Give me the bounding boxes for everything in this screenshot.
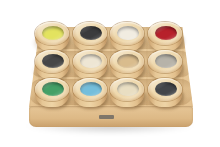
pot-material-black-gravel-glitter: [42, 54, 64, 68]
pot-wood-rim: [73, 22, 107, 45]
pot-material-silver-shimmer: [155, 54, 177, 68]
pot-r3c4-charcoal-felt[interactable]: [147, 78, 183, 108]
pot-material-cream-sparkle: [117, 82, 139, 96]
pot-r3c3-cream-sparkle[interactable]: [109, 78, 145, 108]
pot-material-yellow-fabric: [42, 26, 64, 40]
pot-wood-rim: [35, 22, 69, 45]
pot-r3c1-green-felt[interactable]: [34, 78, 70, 108]
pot-r2c2-cream-fleece[interactable]: [72, 50, 108, 80]
pot-material-natural-hessian: [117, 54, 139, 68]
pot-material-white-fleece: [117, 26, 139, 40]
pot-r2c3-natural-hessian[interactable]: [109, 50, 145, 80]
pot-material-charcoal-felt: [155, 82, 177, 96]
pot-r1c3-white-fleece[interactable]: [109, 22, 145, 52]
brand-logo-stamp: [99, 115, 114, 119]
pot-wood-rim: [148, 22, 182, 45]
pot-wood-rim: [110, 78, 144, 101]
pot-wood-rim: [35, 50, 69, 73]
pot-material-cream-fleece: [80, 54, 102, 68]
pot-wood-rim: [73, 78, 107, 101]
pot-wood-rim: [35, 78, 69, 101]
pot-r2c4-silver-shimmer[interactable]: [147, 50, 183, 80]
pot-r1c1-yellow-fabric[interactable]: [34, 22, 70, 52]
pot-material-dark-grey-felt: [80, 26, 102, 40]
pot-material-green-felt: [42, 82, 64, 96]
pot-wood-rim: [110, 22, 144, 45]
product-photo-stage: [0, 0, 220, 147]
pot-r1c4-red-felt[interactable]: [147, 22, 183, 52]
pot-wood-rim: [110, 50, 144, 73]
pot-r3c2-blue-felt[interactable]: [72, 78, 108, 108]
pot-wood-rim: [148, 50, 182, 73]
pot-r1c2-dark-grey-felt[interactable]: [72, 22, 108, 52]
pot-wood-rim: [148, 78, 182, 101]
pot-r2c1-black-gravel-glitter[interactable]: [34, 50, 70, 80]
pot-material-blue-felt: [80, 82, 102, 96]
pot-material-red-felt: [155, 26, 177, 40]
pot-wood-rim: [73, 50, 107, 73]
